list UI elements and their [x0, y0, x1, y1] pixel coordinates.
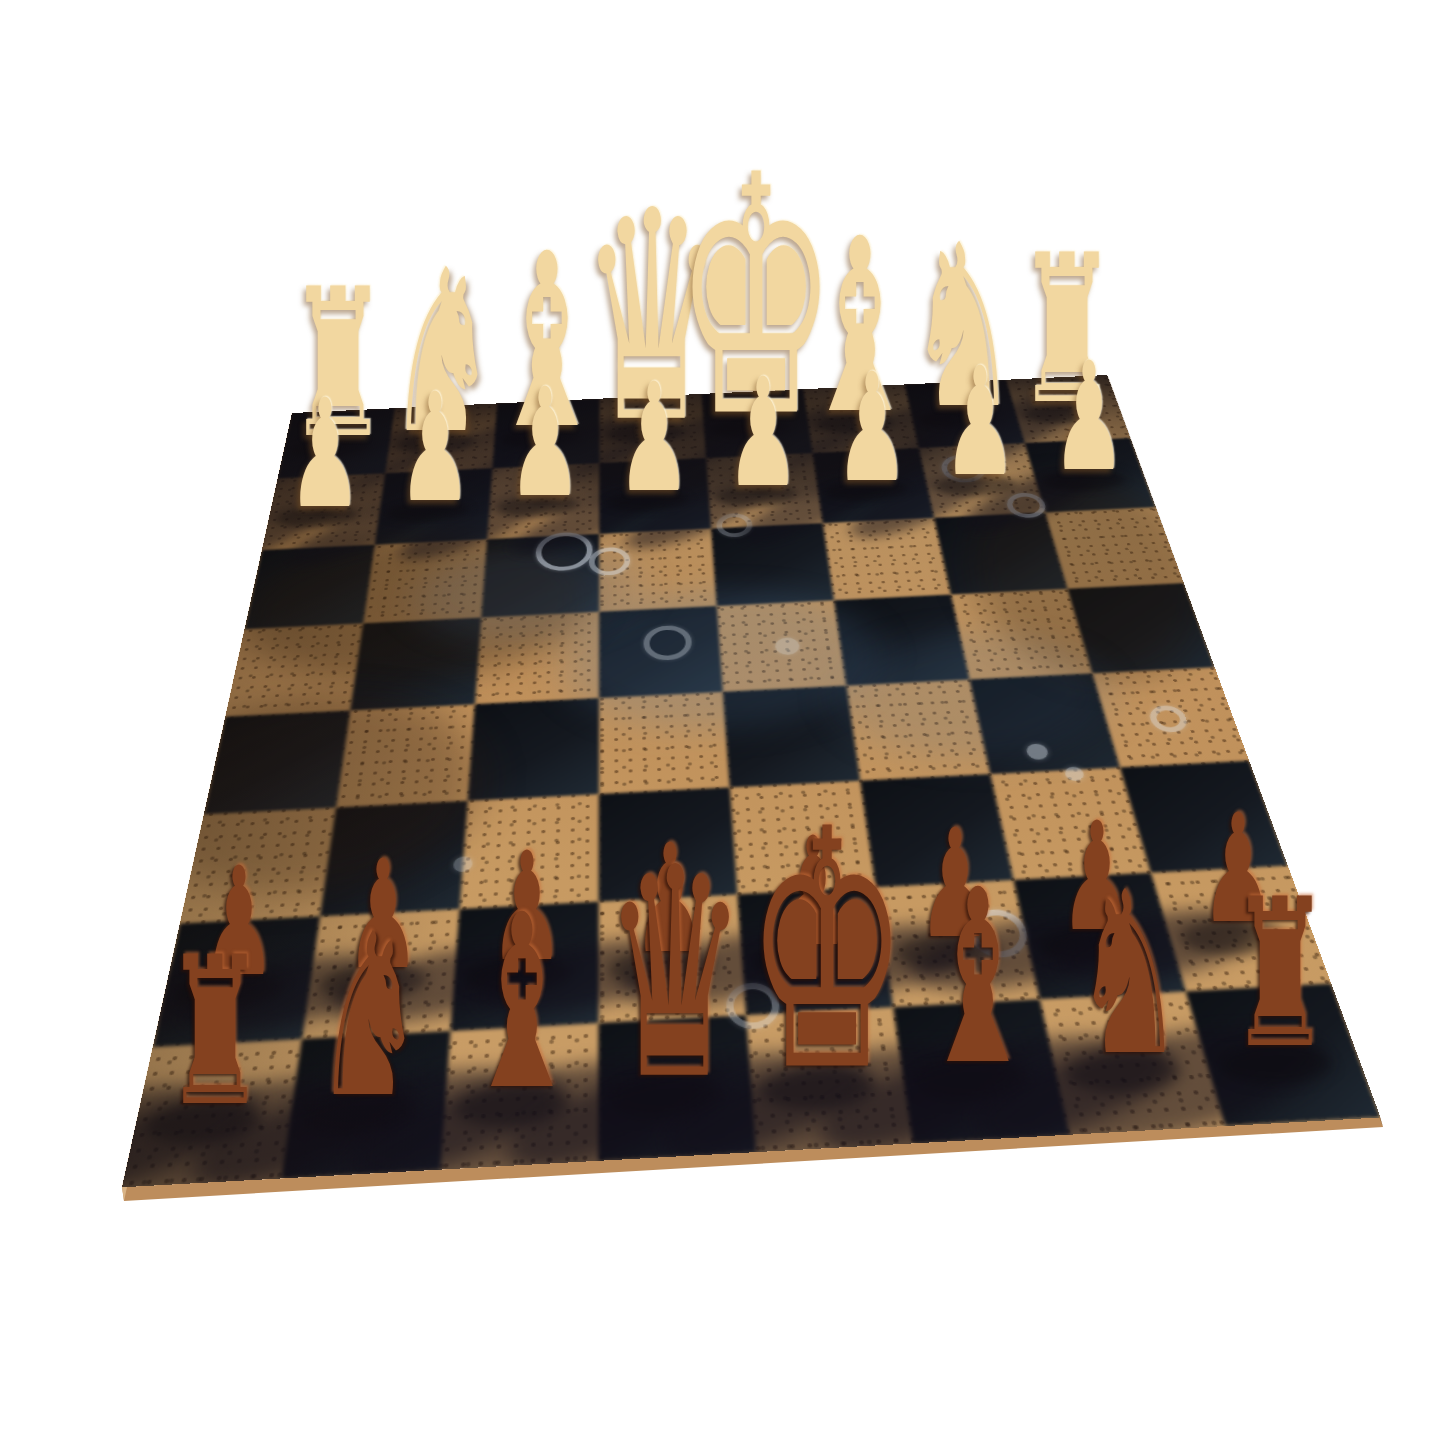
- square-g2: [375, 468, 493, 544]
- square-h1: [278, 408, 395, 478]
- square-e6: [599, 787, 738, 901]
- square-e4: [599, 606, 723, 698]
- square-e2: [599, 458, 711, 534]
- square-b2: [919, 443, 1045, 518]
- square-d7: [737, 887, 893, 1015]
- square-g6: [320, 801, 468, 916]
- square-g1: [385, 403, 497, 473]
- square-f3: [481, 534, 599, 618]
- square-h8: [122, 1039, 302, 1187]
- square-d3: [711, 523, 834, 606]
- square-e3: [599, 528, 717, 611]
- square-e8: [598, 1015, 756, 1161]
- square-b3: [934, 512, 1067, 594]
- square-h2: [262, 473, 385, 550]
- square-f7: [450, 902, 598, 1031]
- square-e1: [599, 394, 706, 463]
- square-d4: [717, 600, 847, 692]
- square-c2: [813, 448, 934, 523]
- square-d5: [723, 686, 860, 788]
- square-d2: [706, 453, 823, 528]
- square-g5: [336, 704, 475, 807]
- square-h7: [153, 916, 320, 1047]
- square-c5: [846, 679, 990, 780]
- square-c4: [834, 595, 970, 686]
- square-g3: [363, 539, 487, 623]
- square-d8: [746, 1007, 913, 1152]
- square-g7: [302, 909, 460, 1039]
- square-c6: [860, 774, 1013, 887]
- square-f4: [475, 612, 599, 704]
- square-f6: [460, 794, 599, 909]
- square-h3: [245, 545, 375, 629]
- square-d6: [730, 781, 876, 895]
- square-g8: [281, 1031, 450, 1178]
- square-c3: [823, 518, 951, 601]
- square-h6: [180, 808, 336, 924]
- square-f5: [468, 698, 599, 801]
- square-e7: [599, 894, 747, 1023]
- square-b1: [905, 380, 1025, 448]
- square-c1: [803, 384, 918, 453]
- square-h5: [204, 711, 350, 815]
- square-f1: [492, 399, 599, 469]
- square-e5: [599, 692, 730, 794]
- square-g4: [350, 618, 481, 711]
- photo-stage: ♜♞♝♛♚♝♞♜♟♟♟♟♟♟♟♟♟♟♟♟♟♟♟♟♜♞♝♛♚♝♞♜: [0, 0, 1445, 1445]
- square-h4: [225, 623, 363, 716]
- square-c8: [893, 999, 1069, 1143]
- square-f8: [440, 1023, 598, 1170]
- square-d1: [702, 389, 813, 458]
- square-c7: [876, 880, 1040, 1007]
- square-f2: [487, 463, 599, 539]
